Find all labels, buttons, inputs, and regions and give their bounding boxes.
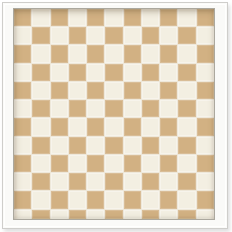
board-square-r2c11-cream xyxy=(197,27,214,44)
board-square-r12c5-cream xyxy=(87,210,104,219)
board-square-r9c3-tan xyxy=(51,155,68,172)
board-square-r1c7-tan xyxy=(124,9,141,26)
board-square-r8c7-cream xyxy=(124,137,141,154)
board-square-r2c9-cream xyxy=(160,27,177,44)
board-square-r10c4-tan xyxy=(69,173,86,190)
board-square-r10c8-tan xyxy=(142,173,159,190)
board-square-r4c8-tan xyxy=(142,64,159,81)
board-square-r12c9-cream xyxy=(160,210,177,219)
board-square-r9c5-tan xyxy=(87,155,104,172)
board-square-r5c7-tan xyxy=(124,82,141,99)
board-square-r4c9-cream xyxy=(160,64,177,81)
board-square-r12c2-tan xyxy=(32,210,49,219)
board-square-r7c10-cream xyxy=(178,118,195,135)
board-square-r3c11-tan xyxy=(197,45,214,62)
board-square-r11c2-cream xyxy=(32,191,49,208)
checkerboard-artwork xyxy=(13,8,215,220)
board-square-r2c6-tan xyxy=(105,27,122,44)
board-square-r11c9-tan xyxy=(160,191,177,208)
board-square-r8c8-tan xyxy=(142,137,159,154)
board-square-r4c11-cream xyxy=(197,64,214,81)
board-square-r9c2-cream xyxy=(32,155,49,172)
board-square-r4c1-cream xyxy=(14,64,31,81)
board-square-r11c6-cream xyxy=(105,191,122,208)
board-square-r4c6-tan xyxy=(105,64,122,81)
board-square-r8c3-cream xyxy=(51,137,68,154)
board-square-r11c1-tan xyxy=(14,191,31,208)
board-square-r10c1-cream xyxy=(14,173,31,190)
board-square-r1c11-tan xyxy=(197,9,214,26)
board-square-r8c10-tan xyxy=(178,137,195,154)
board-square-r3c7-tan xyxy=(124,45,141,62)
board-square-r6c11-cream xyxy=(197,100,214,117)
board-square-r12c10-tan xyxy=(178,210,195,219)
board-square-r1c4-cream xyxy=(69,9,86,26)
board-square-r10c10-tan xyxy=(178,173,195,190)
board-square-r1c10-cream xyxy=(178,9,195,26)
board-square-r7c5-tan xyxy=(87,118,104,135)
board-square-r7c4-cream xyxy=(69,118,86,135)
board-square-r3c3-tan xyxy=(51,45,68,62)
board-square-r4c2-tan xyxy=(32,64,49,81)
board-square-r9c4-cream xyxy=(69,155,86,172)
board-square-r3c10-cream xyxy=(178,45,195,62)
board-square-r5c2-cream xyxy=(32,82,49,99)
board-square-r12c7-cream xyxy=(124,210,141,219)
board-square-r8c11-cream xyxy=(197,137,214,154)
board-square-r10c7-cream xyxy=(124,173,141,190)
board-square-r9c10-cream xyxy=(178,155,195,172)
board-square-r6c2-tan xyxy=(32,100,49,117)
board-square-r3c5-tan xyxy=(87,45,104,62)
board-square-r9c1-tan xyxy=(14,155,31,172)
board-square-r5c4-cream xyxy=(69,82,86,99)
board-square-r5c3-tan xyxy=(51,82,68,99)
board-square-r3c8-cream xyxy=(142,45,159,62)
board-square-r8c2-tan xyxy=(32,137,49,154)
board-square-r12c8-tan xyxy=(142,210,159,219)
board-square-r4c4-tan xyxy=(69,64,86,81)
board-square-r5c5-tan xyxy=(87,82,104,99)
board-square-r4c3-cream xyxy=(51,64,68,81)
board-square-r9c9-tan xyxy=(160,155,177,172)
board-square-r4c5-cream xyxy=(87,64,104,81)
board-square-r2c10-tan xyxy=(178,27,195,44)
board-square-r5c11-tan xyxy=(197,82,214,99)
board-square-r7c6-cream xyxy=(105,118,122,135)
board-square-r5c1-tan xyxy=(14,82,31,99)
board-square-r7c2-cream xyxy=(32,118,49,135)
board-square-r6c6-tan xyxy=(105,100,122,117)
board-square-r7c9-tan xyxy=(160,118,177,135)
board-square-r11c8-cream xyxy=(142,191,159,208)
board-square-r3c4-cream xyxy=(69,45,86,62)
board-square-r6c5-cream xyxy=(87,100,104,117)
board-square-r7c7-tan xyxy=(124,118,141,135)
board-square-r8c6-tan xyxy=(105,137,122,154)
board-square-r11c7-tan xyxy=(124,191,141,208)
board-square-r7c8-cream xyxy=(142,118,159,135)
board-square-r2c5-cream xyxy=(87,27,104,44)
board-square-r12c4-tan xyxy=(69,210,86,219)
board-square-r6c9-cream xyxy=(160,100,177,117)
board-square-r2c1-cream xyxy=(14,27,31,44)
board-square-r10c3-cream xyxy=(51,173,68,190)
board-square-r6c4-tan xyxy=(69,100,86,117)
board-square-r2c4-tan xyxy=(69,27,86,44)
board-square-r11c11-tan xyxy=(197,191,214,208)
board-square-r12c3-cream xyxy=(51,210,68,219)
product-photo xyxy=(0,0,232,232)
board-square-r10c5-cream xyxy=(87,173,104,190)
board-square-r10c11-cream xyxy=(197,173,214,190)
board-square-r9c11-tan xyxy=(197,155,214,172)
board-square-r4c7-cream xyxy=(124,64,141,81)
board-square-r11c4-cream xyxy=(69,191,86,208)
board-square-r1c6-cream xyxy=(105,9,122,26)
board-square-r2c7-cream xyxy=(124,27,141,44)
board-square-r9c6-cream xyxy=(105,155,122,172)
board-square-r1c8-cream xyxy=(142,9,159,26)
board-square-r3c2-cream xyxy=(32,45,49,62)
picture-frame xyxy=(2,2,228,229)
board-square-r8c5-cream xyxy=(87,137,104,154)
board-square-r6c10-tan xyxy=(178,100,195,117)
checkerboard xyxy=(14,9,214,219)
board-square-r10c6-tan xyxy=(105,173,122,190)
board-square-r1c9-tan xyxy=(160,9,177,26)
board-square-r6c3-cream xyxy=(51,100,68,117)
board-square-r7c3-tan xyxy=(51,118,68,135)
board-square-r1c2-cream xyxy=(32,9,49,26)
board-square-r5c10-cream xyxy=(178,82,195,99)
board-square-r3c9-tan xyxy=(160,45,177,62)
board-square-r2c2-tan xyxy=(32,27,49,44)
board-square-r3c1-tan xyxy=(14,45,31,62)
board-square-r3c6-cream xyxy=(105,45,122,62)
board-square-r6c7-cream xyxy=(124,100,141,117)
board-square-r7c1-tan xyxy=(14,118,31,135)
board-square-r9c7-tan xyxy=(124,155,141,172)
board-square-r5c6-cream xyxy=(105,82,122,99)
board-square-r1c3-tan xyxy=(51,9,68,26)
board-square-r2c3-cream xyxy=(51,27,68,44)
board-square-r10c9-cream xyxy=(160,173,177,190)
board-square-r1c5-tan xyxy=(87,9,104,26)
board-square-r8c4-tan xyxy=(69,137,86,154)
board-square-r7c11-tan xyxy=(197,118,214,135)
board-square-r9c8-cream xyxy=(142,155,159,172)
board-square-r8c9-cream xyxy=(160,137,177,154)
board-square-r6c1-cream xyxy=(14,100,31,117)
board-square-r11c3-tan xyxy=(51,191,68,208)
board-square-r2c8-tan xyxy=(142,27,159,44)
board-square-r5c8-cream xyxy=(142,82,159,99)
board-square-r11c10-cream xyxy=(178,191,195,208)
board-square-r12c6-tan xyxy=(105,210,122,219)
board-square-r5c9-tan xyxy=(160,82,177,99)
board-square-r12c11-cream xyxy=(197,210,214,219)
board-square-r10c2-tan xyxy=(32,173,49,190)
board-square-r1c1-tan xyxy=(14,9,31,26)
board-square-r11c5-tan xyxy=(87,191,104,208)
board-square-r4c10-tan xyxy=(178,64,195,81)
board-square-r8c1-cream xyxy=(14,137,31,154)
board-square-r12c1-cream xyxy=(14,210,31,219)
board-square-r6c8-tan xyxy=(142,100,159,117)
